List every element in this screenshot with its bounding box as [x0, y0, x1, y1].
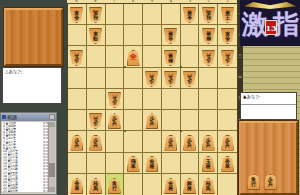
sente-player-box: ▲あなた [240, 92, 297, 120]
gekisashi-app-window: 一二三四五六七八九 987654321 香車桂馬金将桂馬王将飛車金将銀将香車歩兵… [0, 0, 300, 195]
gote-piece-金[interactable]: 金将 [164, 28, 177, 44]
square-5e[interactable] [143, 89, 162, 110]
gote-piece-歩[interactable]: 歩兵 [70, 50, 83, 66]
sente-piece-歩[interactable]: 歩兵 [108, 113, 121, 129]
piece-kanji: 兵 [112, 95, 117, 100]
piece-kanji: 行 [112, 186, 117, 191]
square-4e[interactable] [162, 89, 181, 110]
piece-kanji: 兵 [206, 53, 211, 58]
square-4a[interactable] [162, 4, 181, 25]
kifu-window[interactable]: 棋譜 1 ▲7六歩0:002 △8四歩0:013 ▲6八飛0:024 △3四歩0… [0, 112, 57, 195]
sente-player-label: ▲あなた [241, 93, 296, 99]
piece-kanji: 車 [74, 186, 79, 191]
square-6g[interactable] [124, 131, 143, 152]
sente-piece-香[interactable]: 香車 [221, 156, 234, 172]
piece-kanji: 歩 [93, 121, 98, 126]
sente-piece-銀[interactable]: 銀将 [183, 178, 196, 194]
square-7i[interactable]: 角行 [106, 174, 125, 195]
square-4d[interactable]: 歩兵 [162, 68, 181, 89]
logo-version-badge: 13 [265, 20, 277, 35]
square-2a[interactable]: 桂馬 [199, 4, 218, 25]
square-6h[interactable]: 飛車 [124, 153, 143, 174]
square-9i[interactable]: 香車 [68, 174, 87, 195]
square-9a[interactable]: 香車 [68, 4, 87, 25]
square-4h[interactable] [162, 153, 181, 174]
move-list[interactable]: 1 ▲7六歩0:002 △8四歩0:013 ▲6八飛0:024 △3四歩0:01… [2, 122, 51, 192]
captured-piece-歩[interactable]: 歩兵 [264, 174, 277, 190]
square-7d[interactable] [106, 68, 125, 89]
kifu-window-button[interactable] [49, 114, 55, 120]
sente-piece-桂[interactable]: 桂馬 [89, 178, 102, 194]
square-2c[interactable]: 歩兵 [199, 46, 218, 67]
square-2d[interactable] [199, 68, 218, 89]
gote-piece-stand [4, 8, 63, 66]
square-1f[interactable] [218, 110, 237, 131]
piece-kanji: 車 [74, 10, 79, 15]
piece-kanji: 全 [130, 54, 137, 61]
piece-kanji: 兵 [74, 53, 79, 58]
square-3a[interactable]: 金将 [181, 4, 200, 25]
sente-piece-金[interactable]: 金将 [145, 156, 158, 172]
piece-kanji: 兵 [112, 121, 117, 126]
gote-piece-歩[interactable]: 歩兵 [164, 71, 177, 87]
square-2i[interactable]: 桂馬 [199, 174, 218, 195]
gote-piece-金[interactable]: 金将 [183, 7, 196, 23]
square-6i[interactable] [124, 174, 143, 195]
square-6e[interactable] [124, 89, 143, 110]
piece-kanji: 兵 [268, 182, 273, 187]
piece-kanji: 将 [187, 10, 192, 15]
square-9e[interactable] [68, 89, 87, 110]
square-5d[interactable]: 歩兵 [143, 68, 162, 89]
piece-kanji: 将 [206, 32, 211, 37]
sente-piece-歩[interactable]: 歩兵 [202, 135, 215, 151]
piece-kanji: 兵 [225, 53, 230, 58]
piece-kanji: 兵 [168, 74, 173, 79]
square-1i[interactable] [218, 174, 237, 195]
piece-kanji: 兵 [187, 74, 192, 79]
square-1e[interactable] [218, 89, 237, 110]
square-5a[interactable] [143, 4, 162, 25]
sente-piece-桂[interactable]: 桂馬 [202, 178, 215, 194]
piece-kanji: 兵 [149, 121, 154, 126]
sente-piece-stand: 角行歩兵 [239, 121, 298, 195]
sente-piece-香[interactable]: 香車 [70, 178, 83, 194]
square-1b[interactable]: 香車 [218, 25, 237, 46]
shogi-board: 987654321 香車桂馬金将桂馬王将飛車金将銀将香車歩兵全銀将歩兵歩兵歩兵歩… [67, 0, 237, 195]
square-7g[interactable] [106, 131, 125, 152]
square-8c[interactable] [87, 46, 106, 67]
piece-kanji: 将 [206, 164, 211, 169]
gote-piece-歩[interactable]: 歩兵 [89, 113, 102, 129]
gote-piece-飛[interactable]: 飛車 [89, 28, 102, 44]
square-6c[interactable]: 全 [124, 46, 143, 67]
square-7f[interactable]: 歩兵 [106, 110, 125, 131]
scroll-down-arrow-icon[interactable] [49, 187, 55, 192]
player-box-divider [241, 104, 296, 105]
gote-piece-歩[interactable]: 歩兵 [202, 50, 215, 66]
piece-kanji: 馬 [206, 186, 211, 191]
piece-kanji: 行 [251, 182, 256, 187]
sente-piece-歩[interactable]: 歩兵 [221, 135, 234, 151]
piece-kanji: 将 [168, 186, 173, 191]
sente-captured-pieces[interactable]: 角行歩兵 [247, 174, 277, 190]
square-8a[interactable]: 桂馬 [87, 4, 106, 25]
sente-piece-飛[interactable]: 飛車 [127, 156, 140, 172]
piece-kanji: 兵 [93, 143, 98, 148]
captured-piece-角[interactable]: 角行 [247, 174, 260, 190]
piece-kanji: 将 [168, 53, 173, 58]
square-4g[interactable]: 歩兵 [162, 131, 181, 152]
square-1a[interactable]: 王将 [218, 4, 237, 25]
square-5g[interactable] [143, 131, 162, 152]
sente-piece-歩[interactable]: 歩兵 [164, 135, 177, 151]
square-4c[interactable]: 銀将 [162, 46, 181, 67]
square-7a[interactable] [106, 4, 125, 25]
square-7c[interactable] [106, 46, 125, 67]
piece-kanji: 車 [131, 164, 136, 169]
square-7e[interactable]: 歩兵 [106, 89, 125, 110]
piece-kanji: 将 [187, 186, 192, 191]
square-8e[interactable] [87, 89, 106, 110]
piece-kanji: 将 [225, 10, 230, 15]
piece-kanji: 馬 [93, 186, 98, 191]
square-3e[interactable] [181, 89, 200, 110]
gote-player-box: △あなた [2, 67, 62, 104]
sente-piece-歩[interactable]: 歩兵 [145, 113, 158, 129]
gote-player-label: △あなた [3, 68, 61, 74]
square-4b[interactable]: 金将 [162, 25, 181, 46]
square-1c[interactable]: 歩兵 [218, 46, 237, 67]
piece-kanji: 車 [225, 32, 230, 37]
sente-piece-歩[interactable]: 歩兵 [89, 135, 102, 151]
square-5f[interactable]: 歩兵 [143, 110, 162, 131]
square-5c[interactable] [143, 46, 162, 67]
square-3d[interactable]: 歩兵 [181, 68, 200, 89]
square-6f[interactable] [124, 110, 143, 131]
sente-piece-歩[interactable]: 歩兵 [183, 135, 196, 151]
square-8d[interactable] [87, 68, 106, 89]
kifu-titlebar[interactable]: 棋譜 [1, 113, 56, 121]
scroll-up-arrow-icon[interactable] [49, 122, 55, 127]
piece-kanji: 車 [225, 164, 230, 169]
square-9d[interactable] [68, 68, 87, 89]
gote-piece-香[interactable]: 香車 [221, 28, 234, 44]
square-8i[interactable]: 桂馬 [87, 174, 106, 195]
square-2g[interactable]: 歩兵 [199, 131, 218, 152]
square-1h[interactable]: 香車 [218, 153, 237, 174]
move-list-scrollbar[interactable] [48, 122, 55, 192]
gote-piece-銀[interactable]: 銀将 [164, 50, 177, 66]
square-3g[interactable]: 歩兵 [181, 131, 200, 152]
sente-piece-玉[interactable]: 玉将 [202, 156, 215, 172]
piece-kanji: 車 [93, 32, 98, 37]
square-2h[interactable]: 玉将 [199, 153, 218, 174]
square-3i[interactable]: 銀将 [181, 174, 200, 195]
square-9c[interactable]: 歩兵 [68, 46, 87, 67]
kifu-window-title: 棋譜 [7, 114, 49, 120]
square-3b[interactable] [181, 25, 200, 46]
gote-piece-香[interactable]: 香車 [70, 7, 83, 23]
square-4i[interactable]: 金将 [162, 174, 181, 195]
square-8g[interactable]: 歩兵 [87, 131, 106, 152]
piece-kanji: 飛 [93, 36, 98, 41]
gote-piece-歩[interactable]: 歩兵 [145, 71, 158, 87]
square-9f[interactable] [68, 110, 87, 131]
piece-kanji: 兵 [206, 143, 211, 148]
square-9g[interactable]: 歩兵 [68, 131, 87, 152]
piece-kanji: 兵 [225, 143, 230, 148]
square-6b[interactable] [124, 25, 143, 46]
piece-kanji: 兵 [168, 143, 173, 148]
logo-version-number: 13 [265, 23, 276, 33]
square-2b[interactable]: 銀将 [199, 25, 218, 46]
star-point [180, 130, 182, 132]
square-5i[interactable] [143, 174, 162, 195]
square-1d[interactable] [218, 68, 237, 89]
square-6a[interactable] [124, 4, 143, 25]
piece-kanji: 将 [168, 32, 173, 37]
kifu-window-icon [2, 115, 6, 119]
gekisashi-logo: 激 指 13 [240, 0, 300, 46]
sente-piece-角[interactable]: 角行 [108, 178, 121, 194]
square-2f[interactable] [199, 110, 218, 131]
square-3f[interactable] [181, 110, 200, 131]
piece-kanji: 兵 [149, 74, 154, 79]
square-8h[interactable] [87, 153, 106, 174]
square-4f[interactable] [162, 110, 181, 131]
gote-piece-歩[interactable]: 歩兵 [183, 71, 196, 87]
square-8f[interactable]: 歩兵 [87, 110, 106, 131]
square-8b[interactable]: 飛車 [87, 25, 106, 46]
piece-kanji: 兵 [74, 143, 79, 148]
scrollbar-thumb[interactable] [49, 163, 55, 177]
gote-piece-王[interactable]: 王将 [221, 7, 234, 23]
sente-piece-歩[interactable]: 歩兵 [70, 135, 83, 151]
star-point [124, 130, 126, 132]
board-grid[interactable]: 香車桂馬金将桂馬王将飛車金将銀将香車歩兵全銀将歩兵歩兵歩兵歩兵歩兵歩兵歩兵歩兵歩… [67, 3, 238, 195]
square-1g[interactable]: 歩兵 [218, 131, 237, 152]
piece-kanji: 馬 [93, 10, 98, 15]
piece-kanji: 馬 [206, 10, 211, 15]
sente-piece-全[interactable]: 全 [127, 50, 140, 66]
piece-kanji: 香 [225, 36, 230, 41]
square-9b[interactable] [68, 25, 87, 46]
square-7h[interactable] [106, 153, 125, 174]
square-9h[interactable] [68, 153, 87, 174]
square-3h[interactable] [181, 153, 200, 174]
square-5h[interactable]: 金将 [143, 153, 162, 174]
piece-kanji: 将 [149, 164, 154, 169]
sente-piece-金[interactable]: 金将 [164, 178, 177, 194]
gote-piece-桂[interactable]: 桂馬 [202, 7, 215, 23]
gote-piece-桂[interactable]: 桂馬 [89, 7, 102, 23]
gote-piece-歩[interactable]: 歩兵 [221, 50, 234, 66]
square-6d[interactable] [124, 68, 143, 89]
piece-kanji: 兵 [93, 116, 98, 121]
square-7b[interactable] [106, 25, 125, 46]
square-3c[interactable] [181, 46, 200, 67]
piece-kanji: 兵 [187, 143, 192, 148]
square-2e[interactable] [199, 89, 218, 110]
piece-kanji: 銀 [206, 36, 211, 41]
gote-piece-銀[interactable]: 銀将 [202, 28, 215, 44]
gote-piece-歩[interactable]: 歩兵 [108, 92, 121, 108]
square-5b[interactable] [143, 25, 162, 46]
piece-kanji: 金 [168, 36, 173, 41]
